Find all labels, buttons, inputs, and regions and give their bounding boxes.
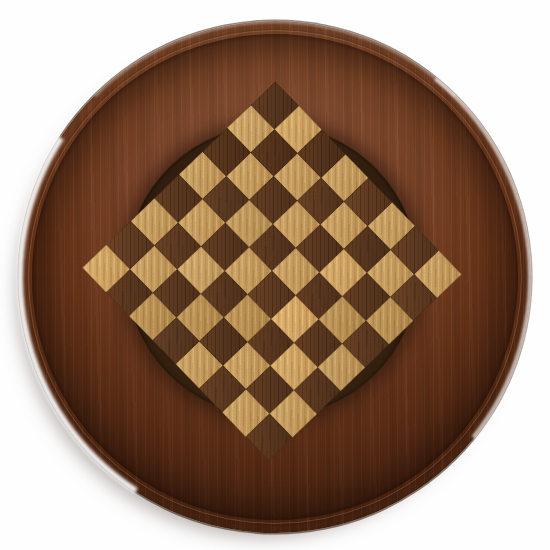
round-game-table <box>19 21 531 533</box>
edge-highlight-top <box>19 21 531 533</box>
photo-canvas <box>0 0 550 550</box>
